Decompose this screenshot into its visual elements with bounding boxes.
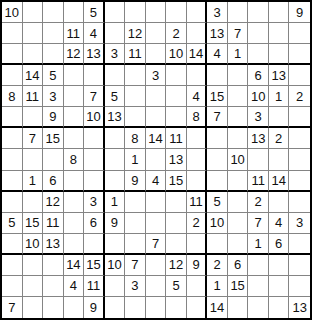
cell-r2c12-given: 7 <box>228 23 249 44</box>
cell-r12c11-empty[interactable] <box>207 234 228 255</box>
cell-r5c3-given: 3 <box>43 86 64 107</box>
cell-r5c15-given: 2 <box>289 86 310 107</box>
cell-r1c1-given: 10 <box>2 2 23 23</box>
cell-r2c5-given: 4 <box>84 23 105 44</box>
cell-r7c2-given: 7 <box>23 128 44 149</box>
cell-r1c10-empty[interactable] <box>187 2 208 23</box>
cell-r13c11-given: 2 <box>207 255 228 276</box>
cell-r5c6-given: 5 <box>105 86 126 107</box>
cell-r4c1-empty[interactable] <box>2 65 23 86</box>
cell-r9c2-given: 1 <box>23 171 44 192</box>
cell-r6c3-given: 9 <box>43 107 64 128</box>
cell-r10c1-empty[interactable] <box>2 192 23 213</box>
cell-r11c2-given: 15 <box>23 213 44 234</box>
cell-r13c3-empty[interactable] <box>43 255 64 276</box>
cell-r11c1-given: 5 <box>2 213 23 234</box>
cell-r12c12-empty[interactable] <box>228 234 249 255</box>
cell-r7c15-empty[interactable] <box>289 128 310 149</box>
cell-r6c8-empty[interactable] <box>146 107 167 128</box>
cell-r10c2-empty[interactable] <box>23 192 44 213</box>
cell-r2c10-empty[interactable] <box>187 23 208 44</box>
cell-r12c8-given: 7 <box>146 234 167 255</box>
cell-r15c5-given: 9 <box>84 297 105 318</box>
cell-r12c4-empty[interactable] <box>64 234 85 255</box>
cell-r11c12-empty[interactable] <box>228 213 249 234</box>
cell-r14c9-given: 5 <box>166 276 187 297</box>
cell-r14c11-given: 1 <box>207 276 228 297</box>
sudoku-board: 1053911412213712133111014411453613811375… <box>0 0 312 320</box>
cell-r4c10-empty[interactable] <box>187 65 208 86</box>
cell-r15c12-empty[interactable] <box>228 297 249 318</box>
cell-r11c13-given: 7 <box>248 213 269 234</box>
cell-r15c14-empty[interactable] <box>269 297 290 318</box>
cell-r8c7-given: 1 <box>125 149 146 170</box>
cell-r2c14-empty[interactable] <box>269 23 290 44</box>
cell-r3c15-empty[interactable] <box>289 44 310 65</box>
cell-r15c7-empty[interactable] <box>125 297 146 318</box>
cell-r2c6-empty[interactable] <box>105 23 126 44</box>
cell-r7c13-given: 13 <box>248 128 269 149</box>
cell-r12c5-empty[interactable] <box>84 234 105 255</box>
cell-r14c12-given: 15 <box>228 276 249 297</box>
cell-r8c15-empty[interactable] <box>289 149 310 170</box>
cell-r4c9-empty[interactable] <box>166 65 187 86</box>
cell-r15c2-empty[interactable] <box>23 297 44 318</box>
cell-r1c7-empty[interactable] <box>125 2 146 23</box>
cell-r10c6-given: 1 <box>105 192 126 213</box>
cell-r5c12-empty[interactable] <box>228 86 249 107</box>
cell-r2c13-empty[interactable] <box>248 23 269 44</box>
cell-r5c14-given: 1 <box>269 86 290 107</box>
cell-r4c14-given: 13 <box>269 65 290 86</box>
cell-r12c7-empty[interactable] <box>125 234 146 255</box>
cell-r12c14-given: 6 <box>269 234 290 255</box>
cell-r14c5-given: 11 <box>84 276 105 297</box>
cell-r8c1-empty[interactable] <box>2 149 23 170</box>
cell-r6c1-empty[interactable] <box>2 107 23 128</box>
cell-r2c2-empty[interactable] <box>23 23 44 44</box>
cell-r13c6-given: 10 <box>105 255 126 276</box>
cell-r1c6-empty[interactable] <box>105 2 126 23</box>
cell-r9c5-empty[interactable] <box>84 171 105 192</box>
cell-r12c3-given: 13 <box>43 234 64 255</box>
cell-r7c1-empty[interactable] <box>2 128 23 149</box>
cell-r3c2-empty[interactable] <box>23 44 44 65</box>
cell-r13c13-empty[interactable] <box>248 255 269 276</box>
cell-r7c3-given: 15 <box>43 128 64 149</box>
cell-r12c10-empty[interactable] <box>187 234 208 255</box>
cell-r9c7-given: 9 <box>125 171 146 192</box>
cell-r2c7-given: 12 <box>125 23 146 44</box>
cell-r11c5-given: 6 <box>84 213 105 234</box>
cell-r1c12-empty[interactable] <box>228 2 249 23</box>
cell-r5c13-given: 10 <box>248 86 269 107</box>
cell-r13c1-empty[interactable] <box>2 255 23 276</box>
cell-r10c9-empty[interactable] <box>166 192 187 213</box>
cell-r9c11-empty[interactable] <box>207 171 228 192</box>
cell-r2c1-empty[interactable] <box>2 23 23 44</box>
cell-r15c15-given: 13 <box>289 297 310 318</box>
cell-r4c2-given: 14 <box>23 65 44 86</box>
cell-r3c8-empty[interactable] <box>146 44 167 65</box>
cell-r5c4-empty[interactable] <box>64 86 85 107</box>
cell-r11c6-given: 9 <box>105 213 126 234</box>
cell-r8c14-empty[interactable] <box>269 149 290 170</box>
cell-r8c12-given: 10 <box>228 149 249 170</box>
cell-r8c10-empty[interactable] <box>187 149 208 170</box>
cell-r1c14-empty[interactable] <box>269 2 290 23</box>
cell-r10c4-empty[interactable] <box>64 192 85 213</box>
cell-r13c7-given: 7 <box>125 255 146 276</box>
cell-r5c10-given: 4 <box>187 86 208 107</box>
cell-r9c14-given: 14 <box>269 171 290 192</box>
cell-r5c8-empty[interactable] <box>146 86 167 107</box>
cell-r6c11-given: 7 <box>207 107 228 128</box>
cell-r11c8-empty[interactable] <box>146 213 167 234</box>
cell-r1c3-empty[interactable] <box>43 2 64 23</box>
cell-r5c9-empty[interactable] <box>166 86 187 107</box>
cell-r13c4-given: 14 <box>64 255 85 276</box>
cell-r5c1-given: 8 <box>2 86 23 107</box>
cell-r11c4-empty[interactable] <box>64 213 85 234</box>
cell-r1c4-empty[interactable] <box>64 2 85 23</box>
cell-r2c9-given: 2 <box>166 23 187 44</box>
cell-r6c14-empty[interactable] <box>269 107 290 128</box>
cell-r7c8-given: 14 <box>146 128 167 149</box>
cell-r11c10-given: 2 <box>187 213 208 234</box>
cell-r11c15-given: 3 <box>289 213 310 234</box>
cell-r13c9-given: 12 <box>166 255 187 276</box>
cell-r3c12-given: 1 <box>228 44 249 65</box>
cell-r4c15-empty[interactable] <box>289 65 310 86</box>
cell-r12c1-empty[interactable] <box>2 234 23 255</box>
cell-r1c8-empty[interactable] <box>146 2 167 23</box>
cell-r10c8-empty[interactable] <box>146 192 167 213</box>
cell-r3c1-empty[interactable] <box>2 44 23 65</box>
cell-r9c12-empty[interactable] <box>228 171 249 192</box>
cell-r15c4-empty[interactable] <box>64 297 85 318</box>
cell-r13c12-given: 6 <box>228 255 249 276</box>
cell-r13c5-given: 15 <box>84 255 105 276</box>
cell-r7c7-given: 8 <box>125 128 146 149</box>
cell-r8c6-empty[interactable] <box>105 149 126 170</box>
cell-r3c7-given: 11 <box>125 44 146 65</box>
cell-r8c5-empty[interactable] <box>84 149 105 170</box>
cell-r11c14-given: 4 <box>269 213 290 234</box>
cell-r8c3-empty[interactable] <box>43 149 64 170</box>
cell-r1c2-empty[interactable] <box>23 2 44 23</box>
cell-r14c10-empty[interactable] <box>187 276 208 297</box>
cell-r4c5-empty[interactable] <box>84 65 105 86</box>
cell-r10c14-empty[interactable] <box>269 192 290 213</box>
cell-r4c3-given: 5 <box>43 65 64 86</box>
cell-r7c5-empty[interactable] <box>84 128 105 149</box>
cell-r3c4-given: 12 <box>64 44 85 65</box>
cell-r8c9-given: 13 <box>166 149 187 170</box>
cell-r3c5-given: 13 <box>84 44 105 65</box>
cell-r4c11-empty[interactable] <box>207 65 228 86</box>
cell-r8c13-empty[interactable] <box>248 149 269 170</box>
cell-r4c8-given: 3 <box>146 65 167 86</box>
cell-r15c11-given: 14 <box>207 297 228 318</box>
cell-r12c13-given: 1 <box>248 234 269 255</box>
cell-r8c4-given: 8 <box>64 149 85 170</box>
cell-r8c8-empty[interactable] <box>146 149 167 170</box>
cell-r6c15-empty[interactable] <box>289 107 310 128</box>
cell-r12c6-empty[interactable] <box>105 234 126 255</box>
cell-r10c13-given: 2 <box>248 192 269 213</box>
cell-r14c3-empty[interactable] <box>43 276 64 297</box>
cell-r4c7-empty[interactable] <box>125 65 146 86</box>
cell-r4c13-given: 6 <box>248 65 269 86</box>
cell-r15c3-empty[interactable] <box>43 297 64 318</box>
cell-r6c13-given: 3 <box>248 107 269 128</box>
cell-r2c3-empty[interactable] <box>43 23 64 44</box>
cell-r6c9-empty[interactable] <box>166 107 187 128</box>
cell-r10c11-given: 5 <box>207 192 228 213</box>
cell-r3c6-given: 3 <box>105 44 126 65</box>
cell-r7c11-empty[interactable] <box>207 128 228 149</box>
cell-r14c7-given: 3 <box>125 276 146 297</box>
cell-r3c9-given: 10 <box>166 44 187 65</box>
cell-r3c14-empty[interactable] <box>269 44 290 65</box>
cell-r13c10-given: 9 <box>187 255 208 276</box>
cell-r10c12-empty[interactable] <box>228 192 249 213</box>
cell-r14c14-empty[interactable] <box>269 276 290 297</box>
cell-r10c15-empty[interactable] <box>289 192 310 213</box>
cell-r14c15-empty[interactable] <box>289 276 310 297</box>
cell-r6c5-given: 10 <box>84 107 105 128</box>
cell-r9c10-empty[interactable] <box>187 171 208 192</box>
cell-r12c2-given: 10 <box>23 234 44 255</box>
cell-r9c8-given: 4 <box>146 171 167 192</box>
cell-r6c4-empty[interactable] <box>64 107 85 128</box>
cell-r7c14-given: 2 <box>269 128 290 149</box>
cell-r4c12-empty[interactable] <box>228 65 249 86</box>
cell-r13c8-empty[interactable] <box>146 255 167 276</box>
cell-r1c9-empty[interactable] <box>166 2 187 23</box>
cell-r1c5-given: 5 <box>84 2 105 23</box>
cell-r7c6-empty[interactable] <box>105 128 126 149</box>
cell-r5c5-given: 7 <box>84 86 105 107</box>
cell-r4c4-empty[interactable] <box>64 65 85 86</box>
cell-r7c10-empty[interactable] <box>187 128 208 149</box>
cell-r8c11-empty[interactable] <box>207 149 228 170</box>
cell-r10c3-given: 12 <box>43 192 64 213</box>
cell-r3c10-given: 14 <box>187 44 208 65</box>
cell-r7c9-given: 11 <box>166 128 187 149</box>
cell-r1c11-given: 3 <box>207 2 228 23</box>
cell-r11c7-empty[interactable] <box>125 213 146 234</box>
cell-r8c2-empty[interactable] <box>23 149 44 170</box>
cell-r15c9-empty[interactable] <box>166 297 187 318</box>
cell-r2c15-empty[interactable] <box>289 23 310 44</box>
cell-r6c2-empty[interactable] <box>23 107 44 128</box>
cell-r9c9-given: 15 <box>166 171 187 192</box>
cell-r2c11-given: 13 <box>207 23 228 44</box>
cell-r14c8-empty[interactable] <box>146 276 167 297</box>
cell-r12c9-empty[interactable] <box>166 234 187 255</box>
cell-r15c8-empty[interactable] <box>146 297 167 318</box>
cell-r10c10-given: 11 <box>187 192 208 213</box>
cell-r15c13-empty[interactable] <box>248 297 269 318</box>
cell-r9c6-empty[interactable] <box>105 171 126 192</box>
cell-r9c15-empty[interactable] <box>289 171 310 192</box>
cell-r2c8-empty[interactable] <box>146 23 167 44</box>
cell-r5c11-given: 15 <box>207 86 228 107</box>
cell-r6c6-given: 13 <box>105 107 126 128</box>
cell-r13c2-empty[interactable] <box>23 255 44 276</box>
cell-r3c13-empty[interactable] <box>248 44 269 65</box>
cell-r14c2-empty[interactable] <box>23 276 44 297</box>
cell-r14c13-empty[interactable] <box>248 276 269 297</box>
cell-r1c13-empty[interactable] <box>248 2 269 23</box>
cell-r15c10-empty[interactable] <box>187 297 208 318</box>
cell-r11c3-given: 11 <box>43 213 64 234</box>
cell-r14c6-empty[interactable] <box>105 276 126 297</box>
cell-r6c12-empty[interactable] <box>228 107 249 128</box>
cell-r11c9-empty[interactable] <box>166 213 187 234</box>
cell-r13c15-empty[interactable] <box>289 255 310 276</box>
cell-r4c6-empty[interactable] <box>105 65 126 86</box>
cell-r3c3-empty[interactable] <box>43 44 64 65</box>
cell-r9c1-empty[interactable] <box>2 171 23 192</box>
cell-r7c12-empty[interactable] <box>228 128 249 149</box>
cell-r1c15-given: 9 <box>289 2 310 23</box>
cell-r15c6-empty[interactable] <box>105 297 126 318</box>
cell-r7c4-empty[interactable] <box>64 128 85 149</box>
cell-r10c5-given: 3 <box>84 192 105 213</box>
cell-r13c14-empty[interactable] <box>269 255 290 276</box>
cell-r14c1-empty[interactable] <box>2 276 23 297</box>
cell-r11c11-given: 10 <box>207 213 228 234</box>
cell-r9c3-given: 6 <box>43 171 64 192</box>
cell-r6c7-empty[interactable] <box>125 107 146 128</box>
cell-r15c1-given: 7 <box>2 297 23 318</box>
cell-r5c7-empty[interactable] <box>125 86 146 107</box>
cell-r6c10-given: 8 <box>187 107 208 128</box>
cell-r5c2-given: 11 <box>23 86 44 107</box>
cell-r2c4-given: 11 <box>64 23 85 44</box>
cell-r3c11-given: 4 <box>207 44 228 65</box>
cell-r10c7-empty[interactable] <box>125 192 146 213</box>
cell-r14c4-given: 4 <box>64 276 85 297</box>
cell-r9c4-empty[interactable] <box>64 171 85 192</box>
cell-r12c15-empty[interactable] <box>289 234 310 255</box>
cell-r9c13-given: 11 <box>248 171 269 192</box>
